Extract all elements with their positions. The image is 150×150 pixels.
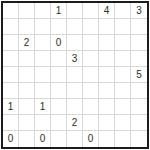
- cell-r9-c8[interactable]: [115, 131, 131, 147]
- cell-r7-c8[interactable]: [115, 99, 131, 115]
- cell-r7-c9[interactable]: [131, 99, 147, 115]
- cell-r4-c3[interactable]: [35, 51, 51, 67]
- cell-r1-c5[interactable]: [67, 3, 83, 19]
- cell-r5-c3[interactable]: [35, 67, 51, 83]
- cell-r6-c1[interactable]: [3, 83, 19, 99]
- cell-r2-c4[interactable]: [51, 19, 67, 35]
- cell-r8-c4[interactable]: [51, 115, 67, 131]
- cell-r9-c5[interactable]: [67, 131, 83, 147]
- clue-cell-r3-c2[interactable]: 2: [19, 35, 35, 51]
- cell-r9-c4[interactable]: [51, 131, 67, 147]
- cell-r9-c7[interactable]: [99, 131, 115, 147]
- cell-r3-c5[interactable]: [67, 35, 83, 51]
- cell-r6-c9[interactable]: [131, 83, 147, 99]
- clue-cell-r7-c3[interactable]: 1: [35, 99, 51, 115]
- clue-cell-r5-c9[interactable]: 5: [131, 67, 147, 83]
- cell-r1-c3[interactable]: [35, 3, 51, 19]
- cell-r3-c9[interactable]: [131, 35, 147, 51]
- clue-cell-r9-c6[interactable]: 0: [83, 131, 99, 147]
- clue-cell-r7-c1[interactable]: 1: [3, 99, 19, 115]
- cell-r7-c6[interactable]: [83, 99, 99, 115]
- cell-r9-c9[interactable]: [131, 131, 147, 147]
- cell-r1-c8[interactable]: [115, 3, 131, 19]
- clue-cell-r1-c7[interactable]: 4: [99, 3, 115, 19]
- clue-cell-r4-c5[interactable]: 3: [67, 51, 83, 67]
- clue-cell-r9-c1[interactable]: 0: [3, 131, 19, 147]
- cell-r8-c8[interactable]: [115, 115, 131, 131]
- cell-r4-c8[interactable]: [115, 51, 131, 67]
- cell-r5-c4[interactable]: [51, 67, 67, 83]
- cell-r3-c6[interactable]: [83, 35, 99, 51]
- cell-r5-c1[interactable]: [3, 67, 19, 83]
- cell-r5-c8[interactable]: [115, 67, 131, 83]
- cell-r6-c2[interactable]: [19, 83, 35, 99]
- cell-r4-c1[interactable]: [3, 51, 19, 67]
- cell-r6-c7[interactable]: [99, 83, 115, 99]
- clue-cell-r8-c5[interactable]: 2: [67, 115, 83, 131]
- cell-r4-c7[interactable]: [99, 51, 115, 67]
- cell-r7-c2[interactable]: [19, 99, 35, 115]
- cell-r8-c6[interactable]: [83, 115, 99, 131]
- cell-r1-c1[interactable]: [3, 3, 19, 19]
- cell-r1-c6[interactable]: [83, 3, 99, 19]
- cell-r7-c4[interactable]: [51, 99, 67, 115]
- clue-cell-r9-c3[interactable]: 0: [35, 131, 51, 147]
- cell-r2-c9[interactable]: [131, 19, 147, 35]
- cell-r9-c2[interactable]: [19, 131, 35, 147]
- cell-r3-c7[interactable]: [99, 35, 115, 51]
- cell-r6-c5[interactable]: [67, 83, 83, 99]
- cell-r6-c4[interactable]: [51, 83, 67, 99]
- cell-r6-c3[interactable]: [35, 83, 51, 99]
- cell-r5-c5[interactable]: [67, 67, 83, 83]
- cell-r5-c7[interactable]: [99, 67, 115, 83]
- cell-r3-c8[interactable]: [115, 35, 131, 51]
- cell-r2-c8[interactable]: [115, 19, 131, 35]
- cell-r7-c5[interactable]: [67, 99, 83, 115]
- cell-r1-c2[interactable]: [19, 3, 35, 19]
- cell-r8-c7[interactable]: [99, 115, 115, 131]
- cell-r2-c1[interactable]: [3, 19, 19, 35]
- cell-r4-c6[interactable]: [83, 51, 99, 67]
- cell-r5-c2[interactable]: [19, 67, 35, 83]
- cell-r4-c9[interactable]: [131, 51, 147, 67]
- cell-r3-c1[interactable]: [3, 35, 19, 51]
- cell-r2-c3[interactable]: [35, 19, 51, 35]
- cell-r8-c1[interactable]: [3, 115, 19, 131]
- puzzle-board: 1432035112000: [1, 1, 149, 149]
- cell-r6-c8[interactable]: [115, 83, 131, 99]
- clue-cell-r3-c4[interactable]: 0: [51, 35, 67, 51]
- cell-r2-c5[interactable]: [67, 19, 83, 35]
- cell-r7-c7[interactable]: [99, 99, 115, 115]
- cell-r2-c2[interactable]: [19, 19, 35, 35]
- cell-r3-c3[interactable]: [35, 35, 51, 51]
- cell-r6-c6[interactable]: [83, 83, 99, 99]
- cell-r4-c2[interactable]: [19, 51, 35, 67]
- cell-r5-c6[interactable]: [83, 67, 99, 83]
- cell-r8-c2[interactable]: [19, 115, 35, 131]
- cell-r4-c4[interactable]: [51, 51, 67, 67]
- cell-r2-c6[interactable]: [83, 19, 99, 35]
- cell-r2-c7[interactable]: [99, 19, 115, 35]
- clue-cell-r1-c4[interactable]: 1: [51, 3, 67, 19]
- cell-r8-c3[interactable]: [35, 115, 51, 131]
- clue-cell-r1-c9[interactable]: 3: [131, 3, 147, 19]
- cell-r8-c9[interactable]: [131, 115, 147, 131]
